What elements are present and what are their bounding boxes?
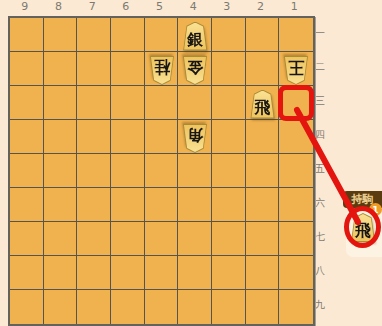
board-square[interactable] — [212, 86, 246, 120]
piece-glyph: 角 — [187, 125, 203, 143]
shogi-piece-gote[interactable]: 王 — [283, 56, 309, 85]
rank-label: 三 — [313, 84, 327, 118]
file-label: 8 — [42, 0, 76, 14]
board-square[interactable] — [10, 154, 44, 188]
board-square[interactable] — [44, 86, 78, 120]
board-square[interactable] — [111, 120, 145, 154]
board-square[interactable] — [145, 256, 179, 290]
board-square[interactable] — [77, 120, 111, 154]
board-square[interactable] — [279, 290, 313, 324]
file-label: 5 — [143, 0, 177, 14]
board-square[interactable] — [212, 256, 246, 290]
board-square[interactable] — [111, 52, 145, 86]
board-square[interactable] — [212, 120, 246, 154]
rank-label: 六 — [313, 186, 327, 220]
file-label: 9 — [8, 0, 42, 14]
board-square[interactable] — [111, 290, 145, 324]
board-square[interactable] — [77, 290, 111, 324]
file-label: 6 — [109, 0, 143, 14]
board-square[interactable] — [111, 18, 145, 52]
board-square[interactable] — [212, 18, 246, 52]
board-square[interactable] — [246, 290, 280, 324]
board-square[interactable] — [246, 222, 280, 256]
board-square[interactable] — [279, 120, 313, 154]
board-square[interactable] — [10, 290, 44, 324]
file-label: 7 — [75, 0, 109, 14]
board-square[interactable] — [44, 154, 78, 188]
file-label: 4 — [176, 0, 210, 14]
board-square[interactable] — [145, 18, 179, 52]
board-square[interactable] — [145, 222, 179, 256]
board-square[interactable] — [10, 256, 44, 290]
board-square[interactable] — [279, 188, 313, 222]
board-square[interactable] — [246, 52, 280, 86]
shogi-piece-gote[interactable]: 桂 — [149, 56, 175, 85]
board-square[interactable] — [212, 188, 246, 222]
rank-label: 五 — [313, 152, 327, 186]
board-square[interactable] — [178, 222, 212, 256]
piece-glyph: 王 — [288, 57, 304, 75]
file-labels: 987654321 — [8, 0, 311, 14]
shogi-piece-sente[interactable]: 銀 — [182, 22, 208, 51]
piece-glyph: 桂 — [154, 57, 170, 75]
board-square[interactable] — [178, 154, 212, 188]
board-square[interactable] — [10, 52, 44, 86]
shogi-board: 銀桂金王飛角 — [8, 16, 315, 326]
board-square[interactable] — [77, 256, 111, 290]
rank-label: 四 — [313, 118, 327, 152]
board-square[interactable] — [246, 188, 280, 222]
piece-glyph: 銀 — [187, 32, 203, 50]
board-square[interactable] — [44, 18, 78, 52]
shogi-piece-gote[interactable]: 金 — [182, 56, 208, 85]
board-square[interactable] — [44, 52, 78, 86]
board-square[interactable] — [111, 154, 145, 188]
board-square[interactable] — [212, 52, 246, 86]
board-square[interactable] — [77, 222, 111, 256]
board-square[interactable] — [77, 154, 111, 188]
board-square[interactable] — [246, 18, 280, 52]
board-square[interactable] — [212, 290, 246, 324]
board-square[interactable] — [111, 222, 145, 256]
board-square[interactable] — [44, 120, 78, 154]
board-square[interactable] — [44, 188, 78, 222]
board-square[interactable] — [10, 18, 44, 52]
rank-label: 九 — [313, 288, 327, 322]
board-square[interactable] — [44, 290, 78, 324]
board-square[interactable] — [77, 86, 111, 120]
board-square[interactable] — [246, 256, 280, 290]
board-square[interactable] — [279, 222, 313, 256]
board-square[interactable] — [178, 188, 212, 222]
board-square[interactable] — [111, 256, 145, 290]
board-square[interactable] — [279, 18, 313, 52]
board-square[interactable] — [145, 290, 179, 324]
rank-label: 七 — [313, 220, 327, 254]
board-square[interactable] — [178, 86, 212, 120]
shogi-piece-gote[interactable]: 角 — [182, 124, 208, 153]
board-square[interactable] — [212, 154, 246, 188]
board-square[interactable] — [77, 18, 111, 52]
file-label: 3 — [210, 0, 244, 14]
rank-label: 二 — [313, 50, 327, 84]
board-square[interactable] — [246, 120, 280, 154]
board-square[interactable] — [246, 154, 280, 188]
board-square[interactable] — [145, 188, 179, 222]
piece-glyph: 飛 — [255, 100, 271, 118]
hand-piece-red-circle — [344, 206, 381, 248]
board-square[interactable] — [178, 290, 212, 324]
board-square[interactable] — [279, 154, 313, 188]
piece-face: 桂 — [150, 57, 174, 84]
board-square[interactable] — [212, 222, 246, 256]
board-square[interactable] — [44, 256, 78, 290]
board-square[interactable] — [77, 188, 111, 222]
rank-label: 一 — [313, 16, 327, 50]
board-square[interactable] — [10, 86, 44, 120]
rank-labels: 一二三四五六七八九 — [313, 16, 327, 322]
file-label: 2 — [244, 0, 278, 14]
board-square[interactable] — [10, 188, 44, 222]
board-square[interactable] — [279, 256, 313, 290]
shogi-piece-sente[interactable]: 飛 — [250, 90, 276, 119]
board-square[interactable] — [44, 222, 78, 256]
board-square[interactable] — [178, 256, 212, 290]
board-square[interactable] — [111, 86, 145, 120]
drop-target-highlight — [278, 85, 314, 121]
board-square[interactable] — [145, 120, 179, 154]
board-square[interactable] — [111, 188, 145, 222]
board-square[interactable] — [145, 86, 179, 120]
piece-glyph: 金 — [187, 57, 203, 75]
rank-label: 八 — [313, 254, 327, 288]
board-square[interactable] — [145, 154, 179, 188]
board-square[interactable] — [77, 52, 111, 86]
file-label: 1 — [277, 0, 311, 14]
shogi-diagram: 987654321 一二三四五六七八九 銀桂金王飛角 持駒 飛 1 — [0, 0, 382, 326]
board-square[interactable] — [10, 120, 44, 154]
board-square[interactable] — [10, 222, 44, 256]
